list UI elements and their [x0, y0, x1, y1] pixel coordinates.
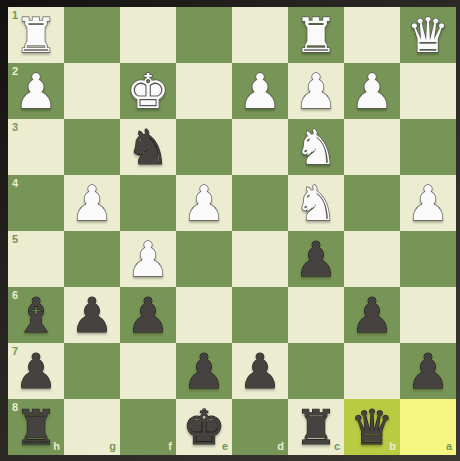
- square-c7[interactable]: [288, 343, 344, 399]
- square-a1[interactable]: ♛: [400, 7, 456, 63]
- rank-label-5: 5: [12, 234, 18, 245]
- white-rook-h1[interactable]: ♜: [8, 7, 64, 63]
- square-f4[interactable]: [120, 175, 176, 231]
- square-e5[interactable]: [176, 231, 232, 287]
- square-h8[interactable]: 8h♜: [8, 399, 64, 455]
- square-c4[interactable]: ♞: [288, 175, 344, 231]
- square-g7[interactable]: [64, 343, 120, 399]
- white-knight-c3[interactable]: ♞: [288, 119, 344, 175]
- square-a2[interactable]: [400, 63, 456, 119]
- black-pawn-d7[interactable]: ♟: [232, 343, 288, 399]
- black-queen-b8[interactable]: ♛: [344, 399, 400, 455]
- square-d6[interactable]: [232, 287, 288, 343]
- square-f8[interactable]: f: [120, 399, 176, 455]
- white-king-f2[interactable]: ♚: [120, 63, 176, 119]
- white-rook-c1[interactable]: ♜: [288, 7, 344, 63]
- chess-app-frame: 1♜♜♛2♟♚♟♟♟3♞♞4♟♟♞♟5♟♟6♝♟♟♟7♟♟♟♟8h♜gfe♚dc…: [0, 0, 460, 461]
- square-h7[interactable]: 7♟: [8, 343, 64, 399]
- square-g5[interactable]: [64, 231, 120, 287]
- square-f3[interactable]: ♞: [120, 119, 176, 175]
- square-d2[interactable]: ♟: [232, 63, 288, 119]
- black-bishop-h6[interactable]: ♝: [8, 287, 64, 343]
- black-pawn-f6[interactable]: ♟: [120, 287, 176, 343]
- square-b4[interactable]: [344, 175, 400, 231]
- black-rook-h8[interactable]: ♜: [8, 399, 64, 455]
- square-c8[interactable]: c♜: [288, 399, 344, 455]
- square-b3[interactable]: [344, 119, 400, 175]
- rank-label-4: 4: [12, 178, 18, 189]
- square-g1[interactable]: [64, 7, 120, 63]
- square-h2[interactable]: 2♟: [8, 63, 64, 119]
- square-g8[interactable]: g: [64, 399, 120, 455]
- white-pawn-d2[interactable]: ♟: [232, 63, 288, 119]
- square-d7[interactable]: ♟: [232, 343, 288, 399]
- black-pawn-c5[interactable]: ♟: [288, 231, 344, 287]
- square-b8[interactable]: b♛: [344, 399, 400, 455]
- white-pawn-f5[interactable]: ♟: [120, 231, 176, 287]
- square-a3[interactable]: [400, 119, 456, 175]
- white-pawn-b2[interactable]: ♟: [344, 63, 400, 119]
- square-g6[interactable]: ♟: [64, 287, 120, 343]
- black-rook-c8[interactable]: ♜: [288, 399, 344, 455]
- square-h6[interactable]: 6♝: [8, 287, 64, 343]
- square-b2[interactable]: ♟: [344, 63, 400, 119]
- square-d5[interactable]: [232, 231, 288, 287]
- square-e8[interactable]: e♚: [176, 399, 232, 455]
- white-queen-a1[interactable]: ♛: [400, 7, 456, 63]
- square-c2[interactable]: ♟: [288, 63, 344, 119]
- square-h1[interactable]: 1♜: [8, 7, 64, 63]
- square-c6[interactable]: [288, 287, 344, 343]
- square-f5[interactable]: ♟: [120, 231, 176, 287]
- white-pawn-c2[interactable]: ♟: [288, 63, 344, 119]
- square-g4[interactable]: ♟: [64, 175, 120, 231]
- square-a8[interactable]: a: [400, 399, 456, 455]
- square-c5[interactable]: ♟: [288, 231, 344, 287]
- square-e7[interactable]: ♟: [176, 343, 232, 399]
- square-a4[interactable]: ♟: [400, 175, 456, 231]
- square-b6[interactable]: ♟: [344, 287, 400, 343]
- black-pawn-b6[interactable]: ♟: [344, 287, 400, 343]
- square-d1[interactable]: [232, 7, 288, 63]
- file-label-a: a: [446, 441, 452, 452]
- square-h4[interactable]: 4: [8, 175, 64, 231]
- square-d4[interactable]: [232, 175, 288, 231]
- black-pawn-h7[interactable]: ♟: [8, 343, 64, 399]
- square-e3[interactable]: [176, 119, 232, 175]
- square-b5[interactable]: [344, 231, 400, 287]
- white-pawn-h2[interactable]: ♟: [8, 63, 64, 119]
- square-e2[interactable]: [176, 63, 232, 119]
- square-e1[interactable]: [176, 7, 232, 63]
- white-knight-c4[interactable]: ♞: [288, 175, 344, 231]
- black-knight-f3[interactable]: ♞: [120, 119, 176, 175]
- black-pawn-e7[interactable]: ♟: [176, 343, 232, 399]
- square-c3[interactable]: ♞: [288, 119, 344, 175]
- square-f6[interactable]: ♟: [120, 287, 176, 343]
- file-label-f: f: [168, 441, 172, 452]
- square-g3[interactable]: [64, 119, 120, 175]
- chess-board: 1♜♜♛2♟♚♟♟♟3♞♞4♟♟♞♟5♟♟6♝♟♟♟7♟♟♟♟8h♜gfe♚dc…: [8, 7, 456, 455]
- square-h5[interactable]: 5: [8, 231, 64, 287]
- square-a5[interactable]: [400, 231, 456, 287]
- square-b1[interactable]: [344, 7, 400, 63]
- black-pawn-a7[interactable]: ♟: [400, 343, 456, 399]
- square-e4[interactable]: ♟: [176, 175, 232, 231]
- black-king-e8[interactable]: ♚: [176, 399, 232, 455]
- square-h3[interactable]: 3: [8, 119, 64, 175]
- black-pawn-g6[interactable]: ♟: [64, 287, 120, 343]
- white-pawn-g4[interactable]: ♟: [64, 175, 120, 231]
- square-e6[interactable]: [176, 287, 232, 343]
- file-label-d: d: [277, 441, 284, 452]
- square-f7[interactable]: [120, 343, 176, 399]
- white-pawn-a4[interactable]: ♟: [400, 175, 456, 231]
- rank-label-3: 3: [12, 122, 18, 133]
- square-d8[interactable]: d: [232, 399, 288, 455]
- square-g2[interactable]: [64, 63, 120, 119]
- white-pawn-e4[interactable]: ♟: [176, 175, 232, 231]
- square-f1[interactable]: [120, 7, 176, 63]
- square-b7[interactable]: [344, 343, 400, 399]
- square-f2[interactable]: ♚: [120, 63, 176, 119]
- square-c1[interactable]: ♜: [288, 7, 344, 63]
- square-d3[interactable]: [232, 119, 288, 175]
- square-a7[interactable]: ♟: [400, 343, 456, 399]
- square-a6[interactable]: [400, 287, 456, 343]
- file-label-g: g: [109, 441, 116, 452]
